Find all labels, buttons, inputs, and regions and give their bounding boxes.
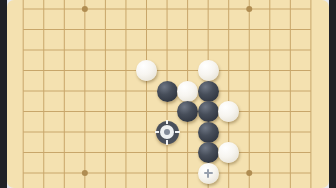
white-stone [136, 60, 157, 81]
aim-reticle-icon[interactable] [156, 121, 179, 144]
letterbox-bar-right [329, 0, 336, 188]
white-stone [177, 81, 198, 102]
letterbox-bar-left [0, 0, 7, 188]
reticle-tick [155, 131, 160, 133]
video-frame [0, 0, 336, 188]
white-stone [198, 60, 219, 81]
reticle-tick [166, 120, 168, 125]
star-point [82, 6, 88, 12]
black-stone [198, 81, 219, 102]
star-point [246, 170, 252, 176]
reticle-tick [175, 131, 180, 133]
reticle-tick [166, 140, 168, 145]
black-stone [198, 122, 219, 143]
black-stone [157, 81, 178, 102]
black-stone [198, 101, 219, 122]
star-point [82, 170, 88, 176]
black-stone [198, 142, 219, 163]
white-stone [198, 163, 219, 184]
black-stone [177, 101, 198, 122]
star-point [246, 6, 252, 12]
last-move-cross-icon [207, 169, 209, 178]
